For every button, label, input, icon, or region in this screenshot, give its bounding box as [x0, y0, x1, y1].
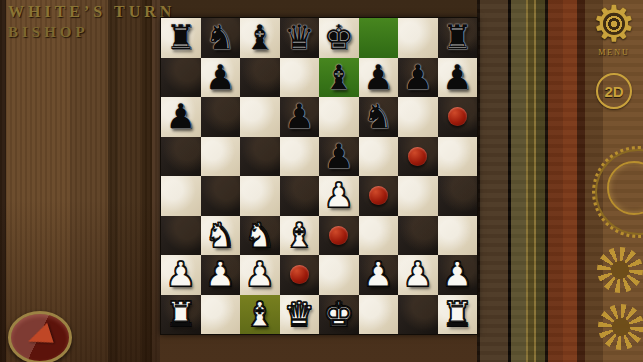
- square-a1[interactable]: ♜: [161, 295, 201, 335]
- legal-move-dot[interactable]: [448, 107, 467, 126]
- square-a3[interactable]: [161, 216, 201, 256]
- square-c2[interactable]: ♟: [240, 255, 280, 295]
- square-f6[interactable]: ♞: [359, 97, 399, 137]
- square-e8[interactable]: ♚: [319, 18, 359, 58]
- square-h3[interactable]: [438, 216, 478, 256]
- square-g3[interactable]: [398, 216, 438, 256]
- white-pawn[interactable]: ♟: [363, 255, 393, 295]
- white-pawn[interactable]: ♟: [442, 255, 472, 295]
- square-a8[interactable]: ♜: [161, 18, 201, 58]
- square-d7[interactable]: [280, 58, 320, 98]
- square-e2[interactable]: [319, 255, 359, 295]
- white-queen[interactable]: ♛: [284, 295, 314, 335]
- square-b4[interactable]: [201, 176, 241, 216]
- square-g4[interactable]: [398, 176, 438, 216]
- square-h7[interactable]: ♟: [438, 58, 478, 98]
- square-d1[interactable]: ♛: [280, 295, 320, 335]
- square-c1[interactable]: ♝: [240, 295, 280, 335]
- square-b3[interactable]: ♞: [201, 216, 241, 256]
- square-h6[interactable]: [438, 97, 478, 137]
- black-pawn[interactable]: ♟: [324, 137, 354, 177]
- square-f3[interactable]: [359, 216, 399, 256]
- legal-move-dot[interactable]: [408, 147, 427, 166]
- sunflower-carving: [598, 304, 643, 350]
- legal-move-dot[interactable]: [329, 226, 348, 245]
- black-pawn[interactable]: ♟: [284, 97, 314, 137]
- white-pawn[interactable]: ♟: [403, 255, 433, 295]
- square-f4[interactable]: [359, 176, 399, 216]
- square-h5[interactable]: [438, 137, 478, 177]
- square-e3[interactable]: [319, 216, 359, 256]
- legal-move-dot[interactable]: [369, 186, 388, 205]
- square-g5[interactable]: [398, 137, 438, 177]
- menu-button[interactable]: ⚙ MENU: [586, 0, 642, 62]
- turn-label: WHITE’S TURN: [8, 2, 175, 22]
- view-mode-2d-button[interactable]: 2D: [596, 73, 632, 109]
- black-knight[interactable]: ♞: [363, 97, 393, 137]
- square-b7[interactable]: ♟: [201, 58, 241, 98]
- square-b6[interactable]: [201, 97, 241, 137]
- square-a2[interactable]: ♟: [161, 255, 201, 295]
- square-a5[interactable]: [161, 137, 201, 177]
- turn-indicator: WHITE’S TURN BISHOP: [8, 2, 175, 42]
- square-c3[interactable]: ♞: [240, 216, 280, 256]
- gear-icon: ⚙: [588, 0, 640, 48]
- square-g1[interactable]: [398, 295, 438, 335]
- white-bishop[interactable]: ♝: [245, 295, 275, 335]
- black-bishop[interactable]: ♝: [245, 18, 275, 58]
- white-pawn[interactable]: ♟: [166, 255, 196, 295]
- white-knight[interactable]: ♞: [245, 216, 275, 256]
- black-pawn[interactable]: ♟: [166, 97, 196, 137]
- square-a7[interactable]: [161, 58, 201, 98]
- white-bishop[interactable]: ♝: [284, 216, 314, 256]
- white-pawn[interactable]: ♟: [205, 255, 235, 295]
- square-d2[interactable]: [280, 255, 320, 295]
- square-g7[interactable]: ♟: [398, 58, 438, 98]
- undo-button[interactable]: [8, 311, 72, 362]
- square-b8[interactable]: ♞: [201, 18, 241, 58]
- white-pawn[interactable]: ♟: [245, 255, 275, 295]
- square-b1[interactable]: [201, 295, 241, 335]
- white-knight[interactable]: ♞: [205, 216, 235, 256]
- square-g2[interactable]: ♟: [398, 255, 438, 295]
- square-c7[interactable]: [240, 58, 280, 98]
- square-h8[interactable]: ♜: [438, 18, 478, 58]
- black-pawn[interactable]: ♟: [363, 58, 393, 98]
- white-rook[interactable]: ♜: [166, 295, 196, 335]
- square-c5[interactable]: [240, 137, 280, 177]
- black-bishop[interactable]: ♝: [324, 58, 354, 98]
- square-h4[interactable]: [438, 176, 478, 216]
- black-pawn[interactable]: ♟: [205, 58, 235, 98]
- white-king[interactable]: ♚: [324, 295, 354, 335]
- square-e5[interactable]: ♟: [319, 137, 359, 177]
- white-pawn[interactable]: ♟: [324, 176, 354, 216]
- square-g6[interactable]: [398, 97, 438, 137]
- black-rook[interactable]: ♜: [442, 18, 472, 58]
- black-queen[interactable]: ♛: [284, 18, 314, 58]
- square-d6[interactable]: ♟: [280, 97, 320, 137]
- square-a4[interactable]: [161, 176, 201, 216]
- square-e7[interactable]: ♝: [319, 58, 359, 98]
- square-c4[interactable]: [240, 176, 280, 216]
- square-d3[interactable]: ♝: [280, 216, 320, 256]
- left-wood-panel: [0, 0, 160, 362]
- legal-move-dot[interactable]: [290, 265, 309, 284]
- square-b2[interactable]: ♟: [201, 255, 241, 295]
- square-d4[interactable]: [280, 176, 320, 216]
- square-d8[interactable]: ♛: [280, 18, 320, 58]
- black-king[interactable]: ♚: [324, 18, 354, 58]
- square-g8[interactable]: [398, 18, 438, 58]
- square-f7[interactable]: ♟: [359, 58, 399, 98]
- chess-board[interactable]: ♜♞♝♛♚♜♟♝♟♟♟♟♟♞♟♟♞♞♝♟♟♟♟♟♟♜♝♛♚♜: [160, 17, 478, 335]
- undo-arrow-icon: [24, 323, 53, 350]
- black-rook[interactable]: ♜: [166, 18, 196, 58]
- black-pawn[interactable]: ♟: [442, 58, 472, 98]
- square-f2[interactable]: ♟: [359, 255, 399, 295]
- square-c6[interactable]: [240, 97, 280, 137]
- black-pawn[interactable]: ♟: [403, 58, 433, 98]
- sunflower-carving: [597, 247, 643, 293]
- square-h2[interactable]: ♟: [438, 255, 478, 295]
- square-e4[interactable]: ♟: [319, 176, 359, 216]
- square-f1[interactable]: [359, 295, 399, 335]
- square-e6[interactable]: [319, 97, 359, 137]
- selected-piece-label: BISHOP: [8, 22, 175, 42]
- square-f8[interactable]: [359, 18, 399, 58]
- square-c8[interactable]: ♝: [240, 18, 280, 58]
- square-e1[interactable]: ♚: [319, 295, 359, 335]
- square-d5[interactable]: [280, 137, 320, 177]
- white-rook[interactable]: ♜: [442, 295, 472, 335]
- black-knight[interactable]: ♞: [205, 18, 235, 58]
- square-b5[interactable]: [201, 137, 241, 177]
- square-h1[interactable]: ♜: [438, 295, 478, 335]
- square-f5[interactable]: [359, 137, 399, 177]
- square-a6[interactable]: ♟: [161, 97, 201, 137]
